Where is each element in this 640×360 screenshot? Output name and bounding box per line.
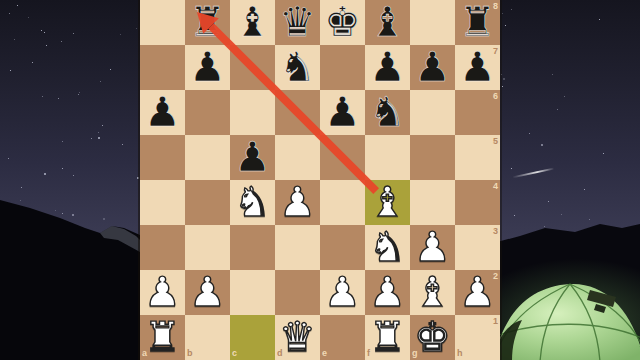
piece-white-pawn[interactable]: ♟ xyxy=(185,270,230,315)
star xyxy=(73,33,74,34)
rank-label-1: 1 xyxy=(493,317,498,326)
square-d1[interactable]: ♛d xyxy=(275,315,320,360)
piece-black-pawn[interactable]: ♟ xyxy=(410,45,455,90)
square-e2[interactable]: ♟ xyxy=(320,270,365,315)
star xyxy=(511,9,512,10)
star xyxy=(552,74,553,75)
square-e8[interactable]: ♚ xyxy=(320,0,365,45)
piece-black-bishop[interactable]: ♝ xyxy=(365,0,410,45)
star xyxy=(55,210,56,211)
star xyxy=(62,168,63,169)
square-c5[interactable]: ♟ xyxy=(230,135,275,180)
star xyxy=(8,158,9,159)
square-c7[interactable] xyxy=(230,45,275,90)
square-a7[interactable] xyxy=(140,45,185,90)
square-d2[interactable] xyxy=(275,270,320,315)
star xyxy=(564,96,565,97)
square-g1[interactable]: ♚g xyxy=(410,315,455,360)
square-a6[interactable]: ♟ xyxy=(140,90,185,135)
star xyxy=(501,74,502,75)
star xyxy=(98,132,99,133)
camping-tent xyxy=(490,274,640,360)
piece-black-king[interactable]: ♚ xyxy=(320,0,365,45)
star xyxy=(17,5,18,6)
square-g7[interactable]: ♟ xyxy=(410,45,455,90)
piece-black-rook[interactable]: ♜ xyxy=(185,0,230,45)
square-h6[interactable]: 6 xyxy=(455,90,500,135)
rank-label-8: 8 xyxy=(493,2,498,11)
star xyxy=(20,200,21,201)
square-b1[interactable]: b xyxy=(185,315,230,360)
star xyxy=(505,25,506,26)
square-f3[interactable]: ♞ xyxy=(365,225,410,270)
square-h4[interactable]: 4 xyxy=(455,180,500,225)
piece-white-bishop[interactable]: ♝ xyxy=(410,270,455,315)
star xyxy=(110,69,111,70)
star xyxy=(91,138,92,139)
star xyxy=(120,34,121,35)
square-c2[interactable] xyxy=(230,270,275,315)
star xyxy=(103,218,105,220)
star xyxy=(72,214,74,216)
rank-label-2: 2 xyxy=(493,272,498,281)
rank-label-7: 7 xyxy=(493,47,498,56)
piece-white-pawn[interactable]: ♟ xyxy=(275,180,320,225)
file-label-c: c xyxy=(232,349,237,358)
square-g3[interactable]: ♟ xyxy=(410,225,455,270)
square-e3[interactable] xyxy=(320,225,365,270)
square-h2[interactable]: ♟2 xyxy=(455,270,500,315)
piece-black-pawn[interactable]: ♟ xyxy=(320,90,365,135)
star xyxy=(529,133,530,134)
star xyxy=(502,13,503,14)
square-a5[interactable] xyxy=(140,135,185,180)
star xyxy=(122,144,123,145)
file-label-f: f xyxy=(367,349,370,358)
star xyxy=(44,32,45,33)
square-b6[interactable] xyxy=(185,90,230,135)
piece-black-pawn[interactable]: ♟ xyxy=(230,135,275,180)
rank-label-6: 6 xyxy=(493,92,498,101)
piece-white-bishop[interactable]: ♝ xyxy=(365,180,410,225)
square-c4[interactable]: ♞ xyxy=(230,180,275,225)
square-b7[interactable]: ♟ xyxy=(185,45,230,90)
square-h8[interactable]: ♜8 xyxy=(455,0,500,45)
square-b5[interactable] xyxy=(185,135,230,180)
piece-black-queen[interactable]: ♛ xyxy=(275,0,320,45)
square-d3[interactable] xyxy=(275,225,320,270)
piece-black-pawn[interactable]: ♟ xyxy=(365,45,410,90)
star xyxy=(44,173,46,175)
square-d8[interactable]: ♛ xyxy=(275,0,320,45)
rank-label-4: 4 xyxy=(493,182,498,191)
piece-white-knight[interactable]: ♞ xyxy=(230,180,275,225)
file-label-a: a xyxy=(142,349,147,358)
square-g2[interactable]: ♝ xyxy=(410,270,455,315)
square-c3[interactable] xyxy=(230,225,275,270)
square-d6[interactable] xyxy=(275,90,320,135)
piece-white-pawn[interactable]: ♟ xyxy=(140,270,185,315)
file-label-h: h xyxy=(457,349,463,358)
star xyxy=(100,81,101,82)
square-g5[interactable] xyxy=(410,135,455,180)
file-label-g: g xyxy=(412,349,418,358)
star xyxy=(514,215,515,216)
square-a1[interactable]: ♜a xyxy=(140,315,185,360)
square-d4[interactable]: ♟ xyxy=(275,180,320,225)
piece-black-pawn[interactable]: ♟ xyxy=(140,90,185,135)
star xyxy=(599,19,600,20)
rank-label-3: 3 xyxy=(493,227,498,236)
square-d7[interactable]: ♞ xyxy=(275,45,320,90)
chess-board: ♜♝♛♚♝♜8♟♞♟♟♟7♟♟♞6♟5♞♟♝4♞♟3♟♟♟♟♝♟2♜abc♛de… xyxy=(140,0,500,360)
star xyxy=(41,30,42,31)
square-h7[interactable]: ♟7 xyxy=(455,45,500,90)
star xyxy=(561,214,562,215)
square-a2[interactable]: ♟ xyxy=(140,270,185,315)
square-d5[interactable] xyxy=(275,135,320,180)
square-f6[interactable]: ♞ xyxy=(365,90,410,135)
piece-white-pawn[interactable]: ♟ xyxy=(410,225,455,270)
square-f1[interactable]: ♜f xyxy=(365,315,410,360)
file-label-d: d xyxy=(277,349,283,358)
star xyxy=(502,86,503,87)
shooting-star xyxy=(512,168,553,179)
square-c1[interactable]: c xyxy=(230,315,275,360)
square-e1[interactable]: e xyxy=(320,315,365,360)
star xyxy=(58,98,59,99)
square-a8[interactable] xyxy=(140,0,185,45)
star xyxy=(79,92,80,93)
star xyxy=(102,125,103,126)
square-e4[interactable] xyxy=(320,180,365,225)
star xyxy=(28,17,29,18)
square-f2[interactable]: ♟ xyxy=(365,270,410,315)
star xyxy=(137,177,139,179)
square-f4[interactable]: ♝ xyxy=(365,180,410,225)
star xyxy=(78,94,79,95)
star xyxy=(62,213,63,214)
star xyxy=(61,41,62,42)
square-f7[interactable]: ♟ xyxy=(365,45,410,90)
star xyxy=(603,153,604,154)
file-label-b: b xyxy=(187,349,193,358)
square-b8[interactable]: ♜ xyxy=(185,0,230,45)
piece-white-knight[interactable]: ♞ xyxy=(365,225,410,270)
square-f8[interactable]: ♝ xyxy=(365,0,410,45)
square-f5[interactable] xyxy=(365,135,410,180)
piece-black-knight[interactable]: ♞ xyxy=(365,90,410,135)
piece-white-pawn[interactable]: ♟ xyxy=(320,270,365,315)
square-g4[interactable] xyxy=(410,180,455,225)
star xyxy=(32,62,33,63)
star xyxy=(541,144,543,146)
star xyxy=(21,187,22,188)
square-e5[interactable] xyxy=(320,135,365,180)
star xyxy=(73,175,74,176)
square-h3[interactable]: 3 xyxy=(455,225,500,270)
square-b3[interactable] xyxy=(185,225,230,270)
square-c8[interactable]: ♝ xyxy=(230,0,275,45)
star xyxy=(548,201,549,202)
rank-label-5: 5 xyxy=(493,137,498,146)
star xyxy=(136,28,137,29)
square-c6[interactable] xyxy=(230,90,275,135)
square-g8[interactable] xyxy=(410,0,455,45)
square-h5[interactable]: 5 xyxy=(455,135,500,180)
star xyxy=(14,39,15,40)
square-e6[interactable]: ♟ xyxy=(320,90,365,135)
star xyxy=(9,13,10,14)
piece-black-bishop[interactable]: ♝ xyxy=(230,0,275,45)
star xyxy=(511,168,512,169)
square-b2[interactable]: ♟ xyxy=(185,270,230,315)
square-h1[interactable]: h1 xyxy=(455,315,500,360)
piece-black-pawn[interactable]: ♟ xyxy=(185,45,230,90)
piece-white-rook[interactable]: ♜ xyxy=(365,315,410,360)
star xyxy=(98,137,100,139)
star xyxy=(557,109,558,110)
star xyxy=(544,226,545,227)
star xyxy=(589,219,590,220)
square-b4[interactable] xyxy=(185,180,230,225)
square-a3[interactable] xyxy=(140,225,185,270)
file-label-e: e xyxy=(322,349,327,358)
page: ♜♝♛♚♝♜8♟♞♟♟♟7♟♟♞6♟5♞♟♝4♞♟3♟♟♟♟♝♟2♜abc♛de… xyxy=(0,0,640,360)
square-a4[interactable] xyxy=(140,180,185,225)
star xyxy=(62,141,63,142)
piece-white-pawn[interactable]: ♟ xyxy=(365,270,410,315)
star xyxy=(46,45,47,46)
star xyxy=(10,70,11,71)
square-e7[interactable] xyxy=(320,45,365,90)
star xyxy=(42,96,43,97)
star xyxy=(503,78,505,80)
star xyxy=(584,189,585,190)
piece-black-knight[interactable]: ♞ xyxy=(275,45,320,90)
square-g6[interactable] xyxy=(410,90,455,135)
